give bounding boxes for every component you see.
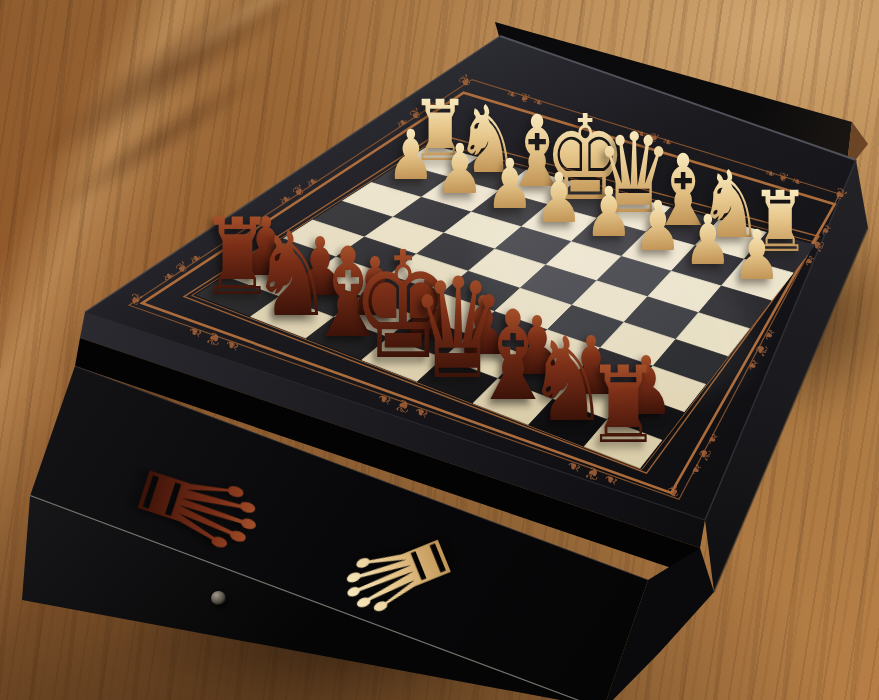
piece-white-pawn: ♟ [535,164,583,233]
piece-white-pawn: ♟ [634,192,682,261]
piece-white-pawn: ♟ [436,135,484,204]
drawer-knob [211,591,226,605]
chess-set-photo: ❧ ❦ ❧❧ ❦ ❧❧ ❦ ❧❧ ❦ ❧❧ ❦ ❧❧ ❦ ❧❧ ❦ ❧❧ ❦ ❧… [0,0,879,700]
piece-white-pawn: ♟ [733,220,781,289]
piece-white-pawn: ♟ [684,206,732,275]
piece-white-pawn: ♟ [387,121,435,190]
piece-white-pawn: ♟ [585,178,633,247]
piece-white-pawn: ♟ [486,149,534,218]
piece-dark-rook: ♜ [586,352,660,458]
